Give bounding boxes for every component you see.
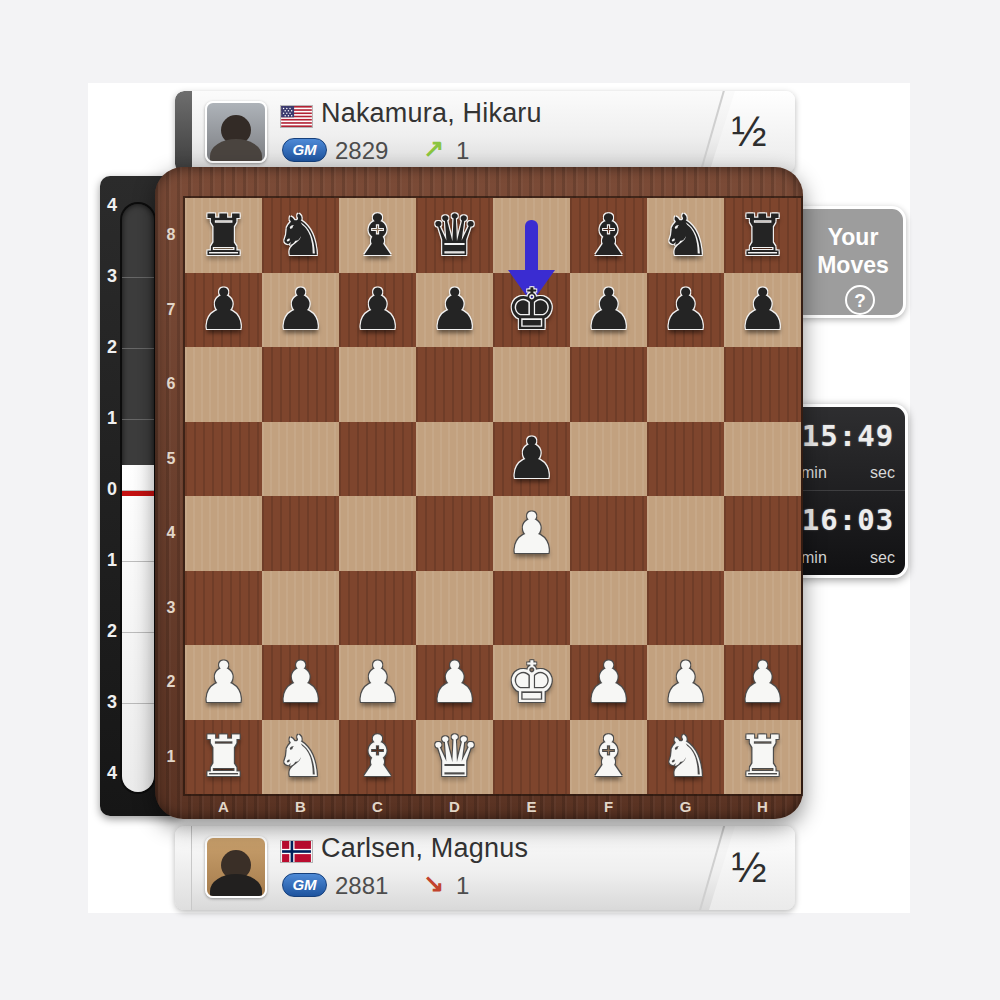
square-g3[interactable]	[647, 571, 724, 646]
rank-label-4: 4	[160, 496, 182, 571]
square-f5[interactable]	[570, 422, 647, 497]
chess-board-frame: 87654321 ♜♞♝♛♝♞♜♟♟♟♟♚♟♟♟♟♟♟♟♟♟♚♟♟♟♜♞♝♛♝♞…	[155, 167, 803, 819]
square-a4[interactable]	[185, 496, 262, 571]
help-icon[interactable]: ?	[845, 285, 875, 315]
square-a5[interactable]	[185, 422, 262, 497]
square-b5[interactable]	[262, 422, 339, 497]
player-card-black: Nakamura, Hikaru GM 2829 ↗ 1 ½	[175, 91, 795, 173]
eval-tick	[122, 561, 154, 562]
black-rook-h8[interactable]: ♜	[737, 207, 788, 264]
black-pawn-h7[interactable]: ♟	[737, 281, 788, 338]
square-d2[interactable]: ♟	[416, 645, 493, 720]
your-moves-panel[interactable]: Your Moves ?	[790, 206, 906, 318]
square-c3[interactable]	[339, 571, 416, 646]
square-h4[interactable]	[724, 496, 801, 571]
white-pawn-f2[interactable]: ♟	[583, 654, 634, 711]
eval-scale-8: 4	[102, 763, 122, 784]
square-g8[interactable]: ♞	[647, 198, 724, 273]
square-d7[interactable]: ♟	[416, 273, 493, 348]
black-pawn-b7[interactable]: ♟	[275, 281, 326, 338]
min-label: min	[801, 464, 827, 482]
black-pawn-c7[interactable]: ♟	[352, 281, 403, 338]
eval-scale-3: 1	[102, 408, 122, 429]
square-b4[interactable]	[262, 496, 339, 571]
white-king-e2[interactable]: ♚	[506, 654, 557, 711]
rank-label-6: 6	[160, 347, 182, 422]
square-c1[interactable]: ♝	[339, 720, 416, 795]
score-black: ½	[717, 108, 781, 156]
black-bishop-f8[interactable]: ♝	[583, 207, 634, 264]
black-knight-b8[interactable]: ♞	[275, 207, 326, 264]
avatar-nakamura[interactable]	[205, 101, 267, 163]
square-d4[interactable]	[416, 496, 493, 571]
square-a6[interactable]	[185, 347, 262, 422]
white-queen-d1[interactable]: ♛	[429, 728, 480, 785]
chess-board[interactable]: ♜♞♝♛♝♞♜♟♟♟♟♚♟♟♟♟♟♟♟♟♟♚♟♟♟♜♞♝♛♝♞♜	[185, 198, 801, 794]
rank-label-5: 5	[160, 422, 182, 497]
square-e6[interactable]	[493, 347, 570, 422]
file-label-D: D	[416, 796, 493, 816]
sec-label: sec	[870, 549, 895, 567]
eval-scale-6: 2	[102, 621, 122, 642]
eval-tick	[122, 703, 154, 704]
rank-label-7: 7	[160, 273, 182, 348]
white-rook-h1[interactable]: ♜	[737, 728, 788, 785]
rank-label-2: 2	[160, 645, 182, 720]
black-rook-a8[interactable]: ♜	[198, 207, 249, 264]
eval-scale-2: 2	[102, 337, 122, 358]
white-pawn-h2[interactable]: ♟	[737, 654, 788, 711]
rank-label-1: 1	[160, 720, 182, 795]
square-a7[interactable]: ♟	[185, 273, 262, 348]
min-label: min	[801, 549, 827, 567]
white-pawn-a2[interactable]: ♟	[198, 654, 249, 711]
eval-tick	[122, 419, 154, 420]
square-g7[interactable]: ♟	[647, 273, 724, 348]
square-d1[interactable]: ♛	[416, 720, 493, 795]
square-h2[interactable]: ♟	[724, 645, 801, 720]
square-b7[interactable]: ♟	[262, 273, 339, 348]
rating-up-arrow-icon: ↗	[423, 134, 444, 163]
square-g6[interactable]	[647, 347, 724, 422]
square-f1[interactable]: ♝	[570, 720, 647, 795]
avatar-silhouette-torso	[210, 874, 262, 898]
eval-scale-1: 3	[102, 266, 122, 287]
eval-scale-4: 0	[102, 479, 122, 500]
black-king-e7[interactable]: ♚	[506, 281, 557, 338]
square-e1[interactable]	[493, 720, 570, 795]
square-b1[interactable]: ♞	[262, 720, 339, 795]
black-bishop-c8[interactable]: ♝	[352, 207, 403, 264]
eval-tick	[122, 632, 154, 633]
clock-black-time: 15:49	[791, 407, 905, 453]
square-g5[interactable]	[647, 422, 724, 497]
square-e2[interactable]: ♚	[493, 645, 570, 720]
square-b3[interactable]	[262, 571, 339, 646]
square-e4[interactable]: ♟	[493, 496, 570, 571]
white-knight-b1[interactable]: ♞	[275, 728, 326, 785]
square-h6[interactable]	[724, 347, 801, 422]
evaluation-white-section	[122, 465, 154, 792]
square-f8[interactable]: ♝	[570, 198, 647, 273]
square-e7[interactable]: ♚	[493, 273, 570, 348]
your-moves-label: Your Moves	[793, 209, 903, 279]
file-label-C: C	[339, 796, 416, 816]
gm-badge: GM	[282, 873, 327, 897]
player-name-black[interactable]: Nakamura, Hikaru	[321, 98, 542, 129]
rating-white: 2881	[335, 872, 388, 900]
file-label-B: B	[262, 796, 339, 816]
clock-black: 15:49 min sec	[791, 407, 905, 491]
square-h1[interactable]: ♜	[724, 720, 801, 795]
white-bishop-f1[interactable]: ♝	[583, 728, 634, 785]
black-pawn-a7[interactable]: ♟	[198, 281, 249, 338]
rank-label-3: 3	[160, 571, 182, 646]
square-c5[interactable]	[339, 422, 416, 497]
avatar-silhouette-torso	[210, 139, 262, 163]
square-a2[interactable]: ♟	[185, 645, 262, 720]
square-a1[interactable]: ♜	[185, 720, 262, 795]
square-b2[interactable]: ♟	[262, 645, 339, 720]
square-f4[interactable]	[570, 496, 647, 571]
white-knight-g1[interactable]: ♞	[660, 728, 711, 785]
square-e5[interactable]: ♟	[493, 422, 570, 497]
white-pawn-e4[interactable]: ♟	[506, 505, 557, 562]
evaluation-marker	[122, 491, 154, 496]
black-side-indicator	[175, 91, 192, 173]
square-c4[interactable]	[339, 496, 416, 571]
square-a3[interactable]	[185, 571, 262, 646]
black-queen-d8[interactable]: ♛	[429, 207, 480, 264]
black-pawn-e5[interactable]: ♟	[506, 430, 557, 487]
square-g4[interactable]	[647, 496, 724, 571]
square-c6[interactable]	[339, 347, 416, 422]
rank-labels: 87654321	[160, 198, 182, 794]
square-h3[interactable]	[724, 571, 801, 646]
norway-flag-icon	[281, 841, 312, 862]
square-g2[interactable]: ♟	[647, 645, 724, 720]
white-rook-a1[interactable]: ♜	[198, 728, 249, 785]
eval-scale-5: 1	[102, 550, 122, 571]
square-d8[interactable]: ♛	[416, 198, 493, 273]
square-b6[interactable]	[262, 347, 339, 422]
black-pawn-f7[interactable]: ♟	[583, 281, 634, 338]
eval-scale-0: 4	[102, 195, 122, 216]
eval-tick	[122, 277, 154, 278]
rating-black: 2829	[335, 137, 388, 165]
gm-badge: GM	[282, 138, 327, 162]
sec-label: sec	[870, 464, 895, 482]
file-label-E: E	[493, 796, 570, 816]
clock-white-time: 16:03	[791, 491, 905, 537]
rating-change-black: 1	[456, 137, 469, 165]
square-h7[interactable]: ♟	[724, 273, 801, 348]
square-h5[interactable]	[724, 422, 801, 497]
eval-tick	[122, 348, 154, 349]
square-d6[interactable]	[416, 347, 493, 422]
square-f3[interactable]	[570, 571, 647, 646]
square-c2[interactable]: ♟	[339, 645, 416, 720]
rank-label-8: 8	[160, 198, 182, 273]
white-pawn-d2[interactable]: ♟	[429, 654, 480, 711]
white-pawn-b2[interactable]: ♟	[275, 654, 326, 711]
square-h8[interactable]: ♜	[724, 198, 801, 273]
square-e8[interactable]	[493, 198, 570, 273]
white-pawn-g2[interactable]: ♟	[660, 654, 711, 711]
white-pawn-c2[interactable]: ♟	[352, 654, 403, 711]
black-knight-g8[interactable]: ♞	[660, 207, 711, 264]
clock-white: 16:03 min sec	[791, 491, 905, 575]
square-g1[interactable]: ♞	[647, 720, 724, 795]
square-f6[interactable]	[570, 347, 647, 422]
evaluation-bar	[122, 204, 154, 792]
rating-down-arrow-icon: ↘	[423, 869, 444, 898]
rating-change-white: 1	[456, 872, 469, 900]
square-f7[interactable]: ♟	[570, 273, 647, 348]
square-a8[interactable]: ♜	[185, 198, 262, 273]
file-label-F: F	[570, 796, 647, 816]
square-d5[interactable]	[416, 422, 493, 497]
square-e3[interactable]	[493, 571, 570, 646]
black-pawn-g7[interactable]: ♟	[660, 281, 711, 338]
square-c8[interactable]: ♝	[339, 198, 416, 273]
file-label-G: G	[647, 796, 724, 816]
black-pawn-d7[interactable]: ♟	[429, 281, 480, 338]
square-d3[interactable]	[416, 571, 493, 646]
file-labels: ABCDEFGH	[185, 796, 801, 816]
avatar-carlsen[interactable]	[205, 836, 267, 898]
square-b8[interactable]: ♞	[262, 198, 339, 273]
player-card-white: Carlsen, Magnus GM 2881 ↘ 1 ½	[175, 826, 795, 910]
file-label-A: A	[185, 796, 262, 816]
eval-scale-7: 3	[102, 692, 122, 713]
usa-flag-icon	[281, 106, 312, 127]
clock-panel: 15:49 min sec 16:03 min sec	[788, 404, 908, 578]
white-side-indicator	[175, 826, 192, 910]
square-f2[interactable]: ♟	[570, 645, 647, 720]
file-label-H: H	[724, 796, 801, 816]
white-bishop-c1[interactable]: ♝	[352, 728, 403, 785]
square-c7[interactable]: ♟	[339, 273, 416, 348]
score-white: ½	[717, 844, 781, 892]
player-name-white[interactable]: Carlsen, Magnus	[321, 833, 528, 864]
